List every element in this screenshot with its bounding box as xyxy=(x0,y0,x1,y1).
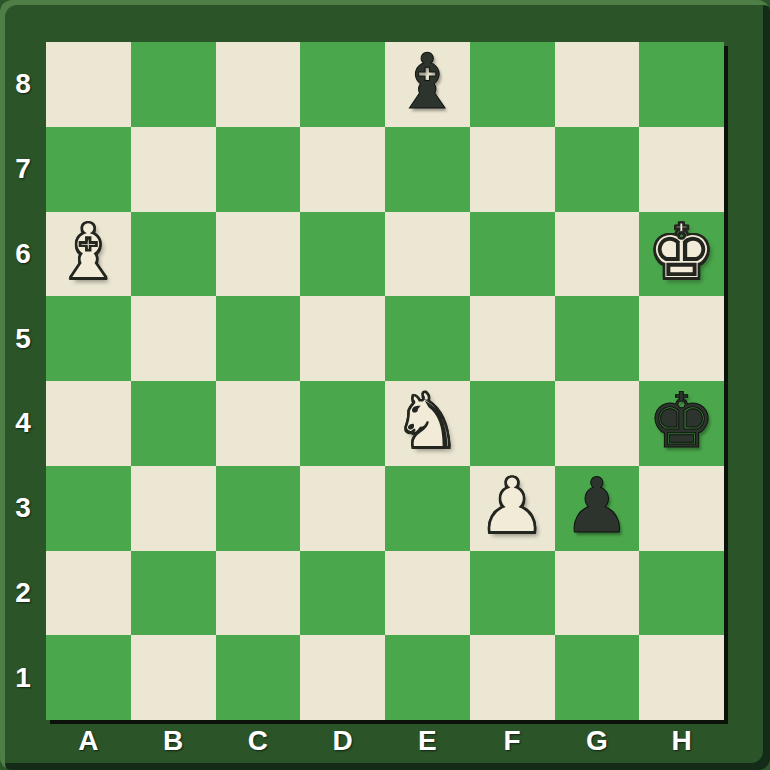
rank-label-5: 5 xyxy=(0,296,46,381)
square-a7[interactable] xyxy=(46,127,131,212)
file-labels: ABCDEFGH xyxy=(46,718,724,764)
chessboard-frame: 87654321 ♝♝♚♞♚♟♟ ABCDEFGH xyxy=(0,0,770,770)
square-b4[interactable] xyxy=(131,381,216,466)
file-label-text: D xyxy=(333,725,353,757)
square-e8[interactable]: ♝ xyxy=(385,42,470,127)
file-label-text: C xyxy=(248,725,268,757)
rank-label-1: 1 xyxy=(0,635,46,720)
square-a8[interactable] xyxy=(46,42,131,127)
square-h3[interactable] xyxy=(639,466,724,551)
square-f7[interactable] xyxy=(470,127,555,212)
square-h1[interactable] xyxy=(639,635,724,720)
file-label-e: E xyxy=(385,718,470,764)
square-h7[interactable] xyxy=(639,127,724,212)
square-c1[interactable] xyxy=(216,635,301,720)
square-b6[interactable] xyxy=(131,212,216,297)
file-label-g: G xyxy=(555,718,640,764)
square-b3[interactable] xyxy=(131,466,216,551)
square-f8[interactable] xyxy=(470,42,555,127)
square-e3[interactable] xyxy=(385,466,470,551)
square-f3[interactable]: ♟ xyxy=(470,466,555,551)
chess-board[interactable]: ♝♝♚♞♚♟♟ xyxy=(46,42,724,720)
square-f2[interactable] xyxy=(470,551,555,636)
square-g8[interactable] xyxy=(555,42,640,127)
square-a5[interactable] xyxy=(46,296,131,381)
black-pawn-piece[interactable]: ♟ xyxy=(563,468,631,544)
square-h2[interactable] xyxy=(639,551,724,636)
square-d6[interactable] xyxy=(300,212,385,297)
white-bishop-piece[interactable]: ♝ xyxy=(54,214,122,290)
rank-label-text: 2 xyxy=(15,577,31,609)
rank-label-7: 7 xyxy=(0,127,46,212)
square-f4[interactable] xyxy=(470,381,555,466)
rank-label-3: 3 xyxy=(0,466,46,551)
square-a3[interactable] xyxy=(46,466,131,551)
square-a4[interactable] xyxy=(46,381,131,466)
file-label-text: G xyxy=(586,725,608,757)
file-label-text: B xyxy=(163,725,183,757)
square-d7[interactable] xyxy=(300,127,385,212)
square-g5[interactable] xyxy=(555,296,640,381)
square-e2[interactable] xyxy=(385,551,470,636)
square-b8[interactable] xyxy=(131,42,216,127)
square-c8[interactable] xyxy=(216,42,301,127)
square-b1[interactable] xyxy=(131,635,216,720)
file-label-a: A xyxy=(46,718,131,764)
white-pawn-piece[interactable]: ♟ xyxy=(478,468,546,544)
square-a6[interactable]: ♝ xyxy=(46,212,131,297)
square-d1[interactable] xyxy=(300,635,385,720)
file-label-text: H xyxy=(672,725,692,757)
rank-label-4: 4 xyxy=(0,381,46,466)
square-f6[interactable] xyxy=(470,212,555,297)
square-b5[interactable] xyxy=(131,296,216,381)
file-label-text: F xyxy=(504,725,521,757)
square-d3[interactable] xyxy=(300,466,385,551)
rank-label-text: 3 xyxy=(15,492,31,524)
square-g1[interactable] xyxy=(555,635,640,720)
rank-label-8: 8 xyxy=(0,42,46,127)
square-g2[interactable] xyxy=(555,551,640,636)
square-c5[interactable] xyxy=(216,296,301,381)
rank-label-6: 6 xyxy=(0,212,46,297)
square-h6[interactable]: ♚ xyxy=(639,212,724,297)
rank-label-2: 2 xyxy=(0,551,46,636)
square-c3[interactable] xyxy=(216,466,301,551)
rank-label-text: 8 xyxy=(15,68,31,100)
square-h5[interactable] xyxy=(639,296,724,381)
square-b2[interactable] xyxy=(131,551,216,636)
square-c2[interactable] xyxy=(216,551,301,636)
square-e6[interactable] xyxy=(385,212,470,297)
square-d2[interactable] xyxy=(300,551,385,636)
white-king-piece[interactable]: ♚ xyxy=(648,214,716,290)
square-g4[interactable] xyxy=(555,381,640,466)
square-f1[interactable] xyxy=(470,635,555,720)
black-king-piece[interactable]: ♚ xyxy=(648,383,716,459)
square-a2[interactable] xyxy=(46,551,131,636)
square-e5[interactable] xyxy=(385,296,470,381)
square-c4[interactable] xyxy=(216,381,301,466)
file-label-c: C xyxy=(216,718,301,764)
square-g7[interactable] xyxy=(555,127,640,212)
rank-label-text: 1 xyxy=(15,662,31,694)
rank-label-text: 7 xyxy=(15,153,31,185)
square-c7[interactable] xyxy=(216,127,301,212)
white-knight-piece[interactable]: ♞ xyxy=(393,383,461,459)
square-g6[interactable] xyxy=(555,212,640,297)
square-d4[interactable] xyxy=(300,381,385,466)
rank-label-text: 4 xyxy=(15,407,31,439)
square-f5[interactable] xyxy=(470,296,555,381)
square-h8[interactable] xyxy=(639,42,724,127)
file-label-h: H xyxy=(639,718,724,764)
file-label-text: E xyxy=(418,725,437,757)
square-d5[interactable] xyxy=(300,296,385,381)
file-label-text: A xyxy=(78,725,98,757)
square-h4[interactable]: ♚ xyxy=(639,381,724,466)
square-e4[interactable]: ♞ xyxy=(385,381,470,466)
rank-labels: 87654321 xyxy=(0,42,46,720)
black-bishop-piece[interactable]: ♝ xyxy=(393,44,461,120)
file-label-f: F xyxy=(470,718,555,764)
square-e1[interactable] xyxy=(385,635,470,720)
square-d8[interactable] xyxy=(300,42,385,127)
file-label-b: B xyxy=(131,718,216,764)
square-a1[interactable] xyxy=(46,635,131,720)
square-c6[interactable] xyxy=(216,212,301,297)
rank-label-text: 5 xyxy=(15,323,31,355)
square-b7[interactable] xyxy=(131,127,216,212)
rank-label-text: 6 xyxy=(15,238,31,270)
square-g3[interactable]: ♟ xyxy=(555,466,640,551)
file-label-d: D xyxy=(300,718,385,764)
square-e7[interactable] xyxy=(385,127,470,212)
